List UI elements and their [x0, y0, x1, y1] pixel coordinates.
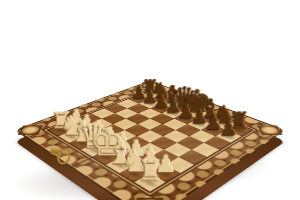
wooden-chess-set-photo: ♜♞♝♛♚♝♞♜♟♟♟♟♟♟♟♟♟♟♟♟♟♟♟♟♜♞♝♛♚♝♞♜	[0, 0, 300, 200]
piece-glyph: ♜	[137, 156, 163, 185]
scene: ♜♞♝♛♚♝♞♜♟♟♟♟♟♟♟♟♟♟♟♟♟♟♟♟♜♞♝♛♚♝♞♜	[0, 0, 300, 200]
corner-medallion	[138, 199, 162, 200]
piece-glyph: ♟	[219, 118, 237, 139]
